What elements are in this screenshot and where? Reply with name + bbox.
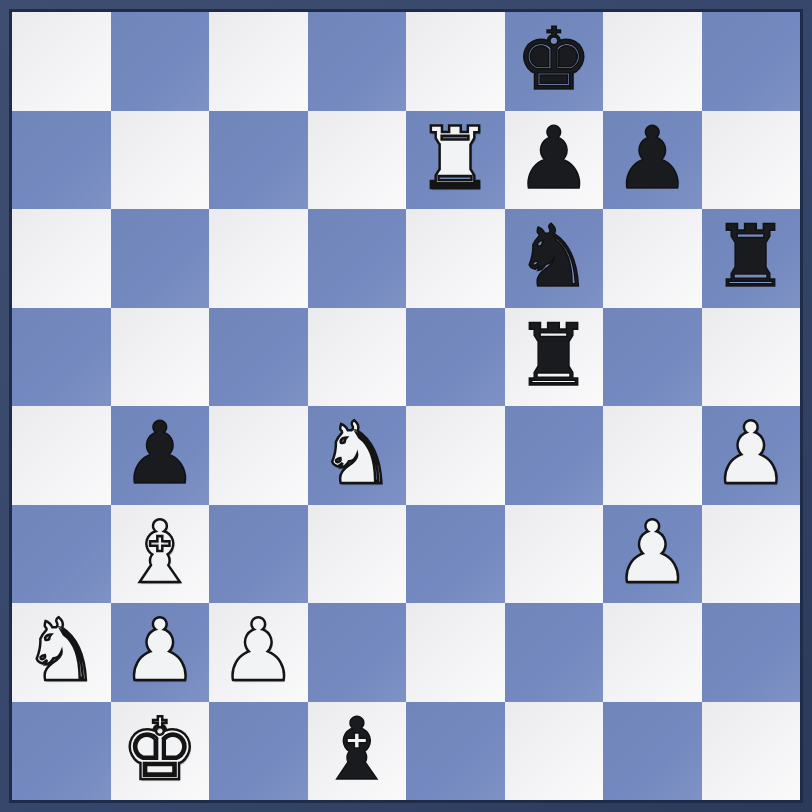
piece-black-pawn[interactable]: ♟: [121, 410, 198, 496]
square-e6[interactable]: [406, 209, 505, 308]
piece-black-king[interactable]: ♚: [515, 16, 592, 102]
square-c1[interactable]: [209, 702, 308, 801]
square-e7[interactable]: ♜: [406, 111, 505, 210]
piece-white-knight[interactable]: ♞: [23, 607, 100, 693]
square-g4[interactable]: [603, 406, 702, 505]
square-b6[interactable]: [111, 209, 210, 308]
square-c7[interactable]: [209, 111, 308, 210]
square-a5[interactable]: [12, 308, 111, 407]
square-g5[interactable]: [603, 308, 702, 407]
piece-black-rook[interactable]: ♜: [515, 312, 592, 398]
square-e5[interactable]: [406, 308, 505, 407]
piece-black-pawn[interactable]: ♟: [614, 115, 691, 201]
square-b3[interactable]: ♝: [111, 505, 210, 604]
square-e8[interactable]: [406, 12, 505, 111]
square-f4[interactable]: [505, 406, 604, 505]
piece-white-pawn[interactable]: ♟: [220, 607, 297, 693]
square-g7[interactable]: ♟: [603, 111, 702, 210]
piece-white-pawn[interactable]: ♟: [121, 607, 198, 693]
square-d1[interactable]: ♝: [308, 702, 407, 801]
square-c3[interactable]: [209, 505, 308, 604]
piece-black-pawn[interactable]: ♟: [515, 115, 592, 201]
square-g1[interactable]: [603, 702, 702, 801]
square-c6[interactable]: [209, 209, 308, 308]
square-b5[interactable]: [111, 308, 210, 407]
square-g8[interactable]: [603, 12, 702, 111]
square-b1[interactable]: ♚: [111, 702, 210, 801]
square-b4[interactable]: ♟: [111, 406, 210, 505]
square-f2[interactable]: [505, 603, 604, 702]
board-frame: ♚♜♟♟♞♜♜♟♞♟♝♟♞♟♟♚♝: [0, 0, 812, 812]
piece-black-rook[interactable]: ♜: [712, 213, 789, 299]
square-b8[interactable]: [111, 12, 210, 111]
square-f8[interactable]: ♚: [505, 12, 604, 111]
square-d8[interactable]: [308, 12, 407, 111]
square-g3[interactable]: ♟: [603, 505, 702, 604]
square-a4[interactable]: [12, 406, 111, 505]
square-d4[interactable]: ♞: [308, 406, 407, 505]
square-c8[interactable]: [209, 12, 308, 111]
square-c4[interactable]: [209, 406, 308, 505]
square-e3[interactable]: [406, 505, 505, 604]
square-d6[interactable]: [308, 209, 407, 308]
square-h3[interactable]: [702, 505, 801, 604]
square-h5[interactable]: [702, 308, 801, 407]
square-f3[interactable]: [505, 505, 604, 604]
square-c2[interactable]: ♟: [209, 603, 308, 702]
square-d2[interactable]: [308, 603, 407, 702]
square-h4[interactable]: ♟: [702, 406, 801, 505]
chess-board: ♚♜♟♟♞♜♜♟♞♟♝♟♞♟♟♚♝: [9, 9, 803, 803]
piece-white-rook[interactable]: ♜: [417, 115, 494, 201]
square-e4[interactable]: [406, 406, 505, 505]
square-a8[interactable]: [12, 12, 111, 111]
square-c5[interactable]: [209, 308, 308, 407]
square-a6[interactable]: [12, 209, 111, 308]
square-e2[interactable]: [406, 603, 505, 702]
square-h8[interactable]: [702, 12, 801, 111]
square-g6[interactable]: [603, 209, 702, 308]
square-f1[interactable]: [505, 702, 604, 801]
square-h2[interactable]: [702, 603, 801, 702]
square-h7[interactable]: [702, 111, 801, 210]
square-f5[interactable]: ♜: [505, 308, 604, 407]
piece-white-king[interactable]: ♚: [121, 706, 198, 792]
piece-black-bishop[interactable]: ♝: [318, 706, 395, 792]
square-f6[interactable]: ♞: [505, 209, 604, 308]
square-d7[interactable]: [308, 111, 407, 210]
square-g2[interactable]: [603, 603, 702, 702]
square-a3[interactable]: [12, 505, 111, 604]
piece-black-knight[interactable]: ♞: [515, 213, 592, 299]
square-b7[interactable]: [111, 111, 210, 210]
piece-white-bishop[interactable]: ♝: [121, 509, 198, 595]
square-f7[interactable]: ♟: [505, 111, 604, 210]
square-a2[interactable]: ♞: [12, 603, 111, 702]
square-a7[interactable]: [12, 111, 111, 210]
piece-white-pawn[interactable]: ♟: [614, 509, 691, 595]
square-a1[interactable]: [12, 702, 111, 801]
piece-white-pawn[interactable]: ♟: [712, 410, 789, 496]
square-e1[interactable]: [406, 702, 505, 801]
square-b2[interactable]: ♟: [111, 603, 210, 702]
square-d3[interactable]: [308, 505, 407, 604]
square-d5[interactable]: [308, 308, 407, 407]
piece-white-knight[interactable]: ♞: [318, 410, 395, 496]
square-h6[interactable]: ♜: [702, 209, 801, 308]
square-h1[interactable]: [702, 702, 801, 801]
